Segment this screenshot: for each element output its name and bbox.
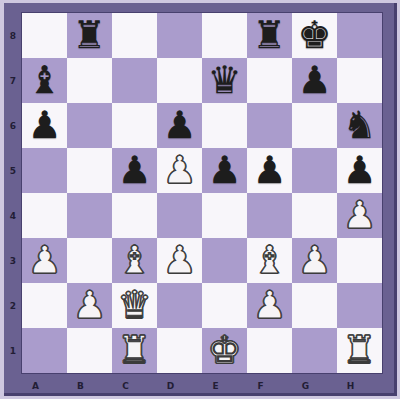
rank-label-2: 2 [4, 283, 22, 328]
square-g6[interactable] [292, 103, 337, 148]
square-d6[interactable]: ♟ [157, 103, 202, 148]
square-d3[interactable]: ♟ [157, 238, 202, 283]
piece-white-bishop-f3: ♝ [252, 241, 286, 279]
square-b7[interactable] [67, 58, 112, 103]
rank-label-6: 6 [4, 103, 22, 148]
piece-white-pawn-d3: ♟ [162, 241, 196, 279]
square-a3[interactable]: ♟ [22, 238, 67, 283]
square-c4[interactable] [112, 193, 157, 238]
square-h3[interactable] [337, 238, 382, 283]
square-d5[interactable]: ♟ [157, 148, 202, 193]
square-b6[interactable] [67, 103, 112, 148]
rank-label-4: 4 [4, 193, 22, 238]
square-d8[interactable] [157, 13, 202, 58]
piece-black-queen-e7: ♛ [207, 61, 241, 99]
rank-label-7: 7 [4, 58, 22, 103]
square-a1[interactable] [22, 328, 67, 373]
board-border: 87654321 ABCDEFGH ♜♜♚♝♛♟♟♟♞♟♟♟♟♟♟♟♝♟♝♟♟♛… [4, 3, 397, 396]
square-c5[interactable]: ♟ [112, 148, 157, 193]
square-c7[interactable] [112, 58, 157, 103]
file-labels: ABCDEFGH [13, 375, 373, 396]
square-f4[interactable] [247, 193, 292, 238]
square-g8[interactable]: ♚ [292, 13, 337, 58]
file-label-f: F [238, 375, 283, 396]
chess-board: ♜♜♚♝♛♟♟♟♞♟♟♟♟♟♟♟♝♟♝♟♟♛♟♜♚♜ [22, 13, 382, 373]
square-c1[interactable]: ♜ [112, 328, 157, 373]
piece-white-pawn-a3: ♟ [27, 241, 61, 279]
piece-black-pawn-h5: ♟ [342, 151, 376, 189]
square-a8[interactable] [22, 13, 67, 58]
square-f1[interactable] [247, 328, 292, 373]
square-f6[interactable] [247, 103, 292, 148]
square-a2[interactable] [22, 283, 67, 328]
square-b3[interactable] [67, 238, 112, 283]
piece-white-king-e1: ♚ [207, 331, 241, 369]
square-d2[interactable] [157, 283, 202, 328]
square-e7[interactable]: ♛ [202, 58, 247, 103]
piece-black-pawn-d6: ♟ [162, 106, 196, 144]
piece-white-pawn-b2: ♟ [72, 286, 106, 324]
square-a4[interactable] [22, 193, 67, 238]
piece-black-pawn-e5: ♟ [207, 151, 241, 189]
piece-white-pawn-h4: ♟ [342, 196, 376, 234]
square-h5[interactable]: ♟ [337, 148, 382, 193]
square-e4[interactable] [202, 193, 247, 238]
piece-black-bishop-a7: ♝ [27, 61, 61, 99]
square-e5[interactable]: ♟ [202, 148, 247, 193]
square-a7[interactable]: ♝ [22, 58, 67, 103]
square-h7[interactable] [337, 58, 382, 103]
piece-white-pawn-f2: ♟ [252, 286, 286, 324]
piece-white-pawn-d5: ♟ [162, 151, 196, 189]
piece-white-rook-c1: ♜ [117, 331, 151, 369]
square-h2[interactable] [337, 283, 382, 328]
square-h8[interactable] [337, 13, 382, 58]
square-c2[interactable]: ♛ [112, 283, 157, 328]
piece-black-pawn-a6: ♟ [27, 106, 61, 144]
file-label-e: E [193, 375, 238, 396]
square-d4[interactable] [157, 193, 202, 238]
file-label-b: B [58, 375, 103, 396]
rank-labels: 87654321 [4, 13, 22, 373]
square-e2[interactable] [202, 283, 247, 328]
rank-label-1: 1 [4, 328, 22, 373]
square-e3[interactable] [202, 238, 247, 283]
square-e6[interactable] [202, 103, 247, 148]
file-label-d: D [148, 375, 193, 396]
piece-black-knight-h6: ♞ [342, 106, 376, 144]
piece-white-bishop-c3: ♝ [117, 241, 151, 279]
square-f8[interactable]: ♜ [247, 13, 292, 58]
file-label-c: C [103, 375, 148, 396]
piece-black-pawn-g7: ♟ [297, 61, 331, 99]
square-g7[interactable]: ♟ [292, 58, 337, 103]
square-h4[interactable]: ♟ [337, 193, 382, 238]
square-c8[interactable] [112, 13, 157, 58]
square-g3[interactable]: ♟ [292, 238, 337, 283]
square-b4[interactable] [67, 193, 112, 238]
rank-label-5: 5 [4, 148, 22, 193]
chessboard-frame: 87654321 ABCDEFGH ♜♜♚♝♛♟♟♟♞♟♟♟♟♟♟♟♝♟♝♟♟♛… [0, 0, 400, 399]
piece-black-rook-f8: ♜ [252, 16, 286, 54]
square-f7[interactable] [247, 58, 292, 103]
square-c6[interactable] [112, 103, 157, 148]
square-b5[interactable] [67, 148, 112, 193]
square-c3[interactable]: ♝ [112, 238, 157, 283]
file-label-g: G [283, 375, 328, 396]
rank-label-8: 8 [4, 13, 22, 58]
square-f5[interactable]: ♟ [247, 148, 292, 193]
square-f2[interactable]: ♟ [247, 283, 292, 328]
square-a6[interactable]: ♟ [22, 103, 67, 148]
piece-white-queen-c2: ♛ [117, 286, 151, 324]
square-g2[interactable] [292, 283, 337, 328]
file-label-h: H [328, 375, 373, 396]
rank-label-3: 3 [4, 238, 22, 283]
square-h1[interactable]: ♜ [337, 328, 382, 373]
square-f3[interactable]: ♝ [247, 238, 292, 283]
piece-white-pawn-g3: ♟ [297, 241, 331, 279]
square-g5[interactable] [292, 148, 337, 193]
square-a5[interactable] [22, 148, 67, 193]
square-e1[interactable]: ♚ [202, 328, 247, 373]
piece-white-rook-h1: ♜ [342, 331, 376, 369]
piece-black-pawn-c5: ♟ [117, 151, 151, 189]
file-label-a: A [13, 375, 58, 396]
square-b2[interactable]: ♟ [67, 283, 112, 328]
square-h6[interactable]: ♞ [337, 103, 382, 148]
square-g4[interactable] [292, 193, 337, 238]
square-b1[interactable] [67, 328, 112, 373]
square-e8[interactable] [202, 13, 247, 58]
square-d1[interactable] [157, 328, 202, 373]
piece-black-pawn-f5: ♟ [252, 151, 286, 189]
piece-black-rook-b8: ♜ [72, 16, 106, 54]
square-d7[interactable] [157, 58, 202, 103]
square-g1[interactable] [292, 328, 337, 373]
piece-black-king-g8: ♚ [297, 16, 331, 54]
square-b8[interactable]: ♜ [67, 13, 112, 58]
